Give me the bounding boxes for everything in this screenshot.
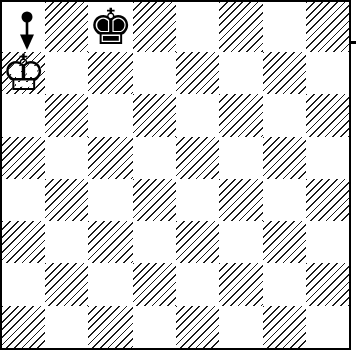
square-b3[interactable] — [45, 221, 88, 263]
white-king[interactable]: ♚♔ — [2, 52, 45, 94]
square-e3[interactable] — [176, 221, 219, 263]
square-b8[interactable] — [45, 2, 88, 52]
square-a7[interactable]: ♚♔ — [2, 52, 45, 94]
black-king[interactable]: ♚ — [88, 2, 133, 52]
square-h8[interactable] — [306, 2, 349, 52]
square-b6[interactable] — [45, 94, 88, 136]
square-g4[interactable] — [263, 179, 306, 221]
square-g3[interactable] — [263, 221, 306, 263]
square-f3[interactable] — [219, 221, 262, 263]
square-h3[interactable] — [306, 221, 349, 263]
square-b1[interactable] — [45, 306, 88, 348]
square-f2[interactable] — [219, 263, 262, 305]
square-g7[interactable] — [263, 52, 306, 94]
white-king-outline: ♔ — [2, 52, 45, 94]
square-e6[interactable] — [176, 94, 219, 136]
square-g5[interactable] — [263, 137, 306, 179]
square-c4[interactable] — [88, 179, 133, 221]
square-a2[interactable] — [2, 263, 45, 305]
square-a6[interactable] — [2, 94, 45, 136]
square-e7[interactable] — [176, 52, 219, 94]
square-c2[interactable] — [88, 263, 133, 305]
square-h5[interactable] — [306, 137, 349, 179]
square-d4[interactable] — [133, 179, 176, 221]
square-f5[interactable] — [219, 137, 262, 179]
square-a4[interactable] — [2, 179, 45, 221]
square-f8[interactable] — [219, 2, 262, 52]
square-d2[interactable] — [133, 263, 176, 305]
square-h7[interactable] — [306, 52, 349, 94]
square-e2[interactable] — [176, 263, 219, 305]
square-g1[interactable] — [263, 306, 306, 348]
square-a5[interactable] — [2, 137, 45, 179]
chess-board-frame: ♚♚♔ — [0, 0, 351, 350]
square-d5[interactable] — [133, 137, 176, 179]
square-g8[interactable] — [263, 2, 306, 52]
chess-board[interactable]: ♚♚♔ — [2, 2, 349, 348]
square-b2[interactable] — [45, 263, 88, 305]
square-d3[interactable] — [133, 221, 176, 263]
square-c6[interactable] — [88, 94, 133, 136]
square-e4[interactable] — [176, 179, 219, 221]
square-f7[interactable] — [219, 52, 262, 94]
square-b4[interactable] — [45, 179, 88, 221]
square-g6[interactable] — [263, 94, 306, 136]
square-c8[interactable]: ♚ — [88, 2, 133, 52]
square-e8[interactable] — [176, 2, 219, 52]
square-c1[interactable] — [88, 306, 133, 348]
square-g2[interactable] — [263, 263, 306, 305]
square-f1[interactable] — [219, 306, 262, 348]
square-f6[interactable] — [219, 94, 262, 136]
right-edge-tick-mark — [351, 41, 356, 44]
square-d1[interactable] — [133, 306, 176, 348]
square-d8[interactable] — [133, 2, 176, 52]
square-a3[interactable] — [2, 221, 45, 263]
square-c5[interactable] — [88, 137, 133, 179]
square-b5[interactable] — [45, 137, 88, 179]
square-d7[interactable] — [133, 52, 176, 94]
square-h6[interactable] — [306, 94, 349, 136]
square-a1[interactable] — [2, 306, 45, 348]
square-e5[interactable] — [176, 137, 219, 179]
square-f4[interactable] — [219, 179, 262, 221]
square-d6[interactable] — [133, 94, 176, 136]
square-b7[interactable] — [45, 52, 88, 94]
square-c3[interactable] — [88, 221, 133, 263]
square-e1[interactable] — [176, 306, 219, 348]
square-h2[interactable] — [306, 263, 349, 305]
square-c7[interactable] — [88, 52, 133, 94]
square-h4[interactable] — [306, 179, 349, 221]
square-h1[interactable] — [306, 306, 349, 348]
